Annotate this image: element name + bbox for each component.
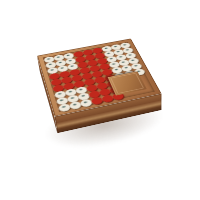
product-photo-canvas: ●●●●●●●●●●●●●●●●●●●●●●●●●●●●●●●●●●●●●●●●… [0,0,200,200]
